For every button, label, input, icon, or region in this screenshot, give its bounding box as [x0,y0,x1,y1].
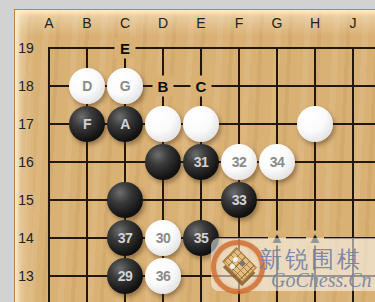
black-stone-C17: A [107,106,143,142]
row-label-14: 14 [18,230,34,246]
black-stone-C15 [107,182,143,218]
logo-stone-dot [233,257,238,262]
stone-label: G [120,79,130,93]
stone-label: 36 [156,269,171,283]
row-label-16: 16 [18,154,34,170]
stone-label: F [83,117,91,131]
white-stone-D14: 30 [145,220,181,256]
black-stone-D16 [145,144,181,180]
white-stone-H17 [297,106,333,142]
column-label-J: J [350,15,357,31]
column-label-A: A [44,15,53,31]
watermark-site: GoChess.Cn [271,269,372,292]
row-label-15: 15 [18,192,34,208]
logo-stone-dot [240,261,245,266]
row-label-18: 18 [18,78,34,94]
logo-stone-dot [230,264,235,269]
white-stone-G16: 34 [259,144,295,180]
stone-label: D [82,79,92,93]
black-stone-E16: 31 [183,144,219,180]
white-stone-D17 [145,106,181,142]
stone-label: 31 [194,155,209,169]
go-diagram: ABCDEFGHJ19181716151413EBC▲▲DGFA31323433… [0,0,375,302]
point-label-C19: E [120,41,130,56]
row-label-17: 17 [18,116,34,132]
stone-label: 29 [118,269,133,283]
point-label-D18: B [158,79,169,94]
row-label-13: 13 [18,268,34,284]
stone-label: A [120,117,130,131]
stone-label: 37 [118,231,133,245]
point-label-E18: C [196,79,207,94]
row-label-19: 19 [18,40,34,56]
stone-label: 33 [232,193,247,207]
gochess-logo-icon [211,240,265,294]
black-stone-C13: 29 [107,258,143,294]
white-stone-B18: D [69,68,105,104]
stone-label: 35 [194,231,209,245]
column-label-B: B [82,15,91,31]
column-label-D: D [158,15,168,31]
stone-label: 30 [156,231,171,245]
column-label-C: C [120,15,130,31]
column-label-E: E [196,15,205,31]
black-stone-F15: 33 [221,182,257,218]
white-stone-F16: 32 [221,144,257,180]
white-stone-E17 [183,106,219,142]
white-stone-C18: G [107,68,143,104]
column-label-H: H [310,15,320,31]
stone-label: 34 [270,155,285,169]
stone-label: 32 [232,155,247,169]
column-label-F: F [235,15,244,31]
white-stone-D13: 36 [145,258,181,294]
black-stone-B17: F [69,106,105,142]
black-stone-C14: 37 [107,220,143,256]
column-label-G: G [272,15,283,31]
